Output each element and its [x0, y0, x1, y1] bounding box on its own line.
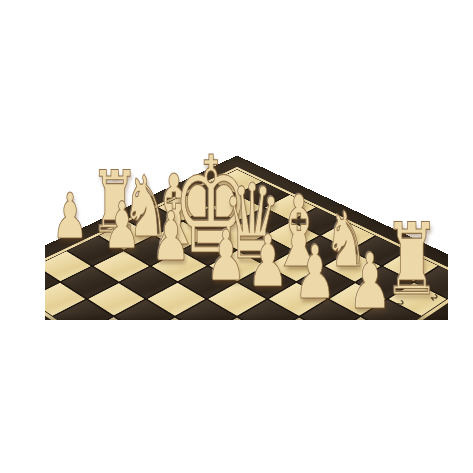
chess-board — [45, 156, 448, 320]
chess-set-photo: 2 2 ♜♞♝♚♛♝♞♜♟♟♟♟♟♟♟ — [0, 0, 473, 473]
board-grid — [45, 169, 448, 320]
board-frame — [45, 156, 448, 320]
photo-crop-edge — [45, 314, 448, 320]
board-photo-crop: 2 2 — [45, 136, 448, 320]
board-border-strip — [45, 167, 448, 320]
